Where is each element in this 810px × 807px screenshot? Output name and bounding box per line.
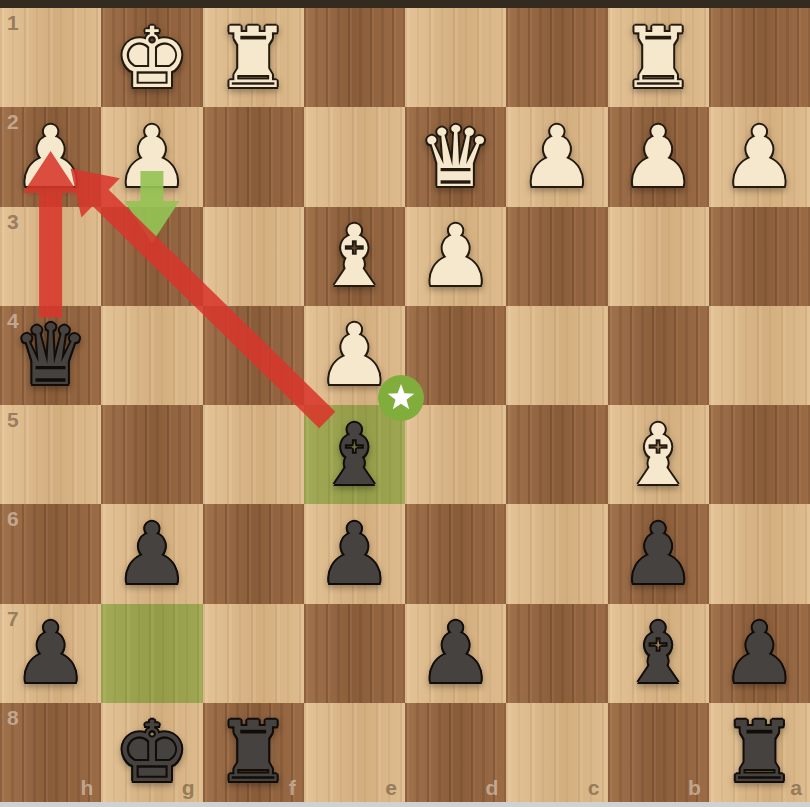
file-label-c: c (588, 776, 600, 800)
piece-white-pawn-d3[interactable]: ♟ (405, 207, 506, 306)
rank-label-2: 2 (7, 110, 19, 134)
piece-black-bishop-e5[interactable]: ♝ (304, 405, 405, 504)
square-b3[interactable] (608, 207, 709, 306)
piece-black-pawn-e6[interactable]: ♟ (304, 504, 405, 603)
square-d6[interactable] (405, 504, 506, 603)
square-c5[interactable] (506, 405, 607, 504)
square-g5[interactable] (101, 405, 202, 504)
piece-black-pawn-a7[interactable]: ♟ (709, 604, 810, 703)
square-g3[interactable] (101, 207, 202, 306)
square-b8[interactable]: b (608, 703, 709, 802)
rank-label-7: 7 (7, 607, 19, 631)
piece-white-pawn-a2[interactable]: ♟ (709, 107, 810, 206)
rank-label-4: 4 (7, 309, 19, 333)
rank-label-5: 5 (7, 408, 19, 432)
piece-black-pawn-d7[interactable]: ♟ (405, 604, 506, 703)
square-f7[interactable] (203, 604, 304, 703)
square-g2[interactable]: ♟ (101, 107, 202, 206)
piece-white-queen-d2[interactable]: ♛ (405, 107, 506, 206)
piece-white-rook-f1[interactable]: ♜ (203, 8, 304, 107)
file-label-a: a (790, 776, 802, 800)
square-g1[interactable]: ♚ (101, 8, 202, 107)
file-label-e: e (385, 776, 397, 800)
bottom-ui-strip (0, 802, 810, 807)
piece-white-bishop-e3[interactable]: ♝ (304, 207, 405, 306)
square-a7[interactable]: ♟ (709, 604, 810, 703)
file-label-h: h (80, 776, 93, 800)
file-label-b: b (688, 776, 701, 800)
square-b4[interactable] (608, 306, 709, 405)
piece-black-bishop-b7[interactable]: ♝ (608, 604, 709, 703)
square-b7[interactable]: ♝ (608, 604, 709, 703)
square-a5[interactable] (709, 405, 810, 504)
square-d3[interactable]: ♟ (405, 207, 506, 306)
file-label-g: g (182, 776, 195, 800)
piece-white-rook-b1[interactable]: ♜ (608, 8, 709, 107)
chess-app-screenshot: 1♚♜♜2♟♟♛♟♟♟3♝♟4♛♟5♝♝6♟♟♟7♟♟♝♟8hg♚f♜edcba… (0, 0, 810, 807)
square-h5[interactable]: 5 (0, 405, 101, 504)
piece-white-pawn-e4[interactable]: ♟ (304, 306, 405, 405)
rank-label-6: 6 (7, 507, 19, 531)
square-f6[interactable] (203, 504, 304, 603)
square-d7[interactable]: ♟ (405, 604, 506, 703)
square-b2[interactable]: ♟ (608, 107, 709, 206)
square-e4[interactable]: ♟ (304, 306, 405, 405)
piece-white-pawn-g2[interactable]: ♟ (101, 107, 202, 206)
square-d5[interactable] (405, 405, 506, 504)
square-f3[interactable] (203, 207, 304, 306)
square-h3[interactable]: 3 (0, 207, 101, 306)
square-d8[interactable]: d (405, 703, 506, 802)
square-h7[interactable]: 7♟ (0, 604, 101, 703)
square-f8[interactable]: f♜ (203, 703, 304, 802)
rank-label-1: 1 (7, 11, 19, 35)
square-e6[interactable]: ♟ (304, 504, 405, 603)
square-b5[interactable]: ♝ (608, 405, 709, 504)
square-f1[interactable]: ♜ (203, 8, 304, 107)
square-g7[interactable] (101, 604, 202, 703)
piece-black-pawn-g6[interactable]: ♟ (101, 504, 202, 603)
square-g4[interactable] (101, 306, 202, 405)
square-c7[interactable] (506, 604, 607, 703)
square-b1[interactable]: ♜ (608, 8, 709, 107)
chess-board[interactable]: 1♚♜♜2♟♟♛♟♟♟3♝♟4♛♟5♝♝6♟♟♟7♟♟♝♟8hg♚f♜edcba… (0, 8, 810, 802)
piece-white-king-g1[interactable]: ♚ (101, 8, 202, 107)
square-e5[interactable]: ♝ (304, 405, 405, 504)
piece-black-pawn-b6[interactable]: ♟ (608, 504, 709, 603)
square-c1[interactable] (506, 8, 607, 107)
square-h1[interactable]: 1 (0, 8, 101, 107)
top-ui-strip (0, 0, 810, 8)
rank-label-8: 8 (7, 706, 19, 730)
piece-white-pawn-c2[interactable]: ♟ (506, 107, 607, 206)
square-g8[interactable]: g♚ (101, 703, 202, 802)
square-e2[interactable] (304, 107, 405, 206)
square-e7[interactable] (304, 604, 405, 703)
square-e3[interactable]: ♝ (304, 207, 405, 306)
square-d2[interactable]: ♛ (405, 107, 506, 206)
square-h8[interactable]: 8h (0, 703, 101, 802)
square-g6[interactable]: ♟ (101, 504, 202, 603)
square-a4[interactable] (709, 306, 810, 405)
square-c8[interactable]: c (506, 703, 607, 802)
square-f5[interactable] (203, 405, 304, 504)
square-d1[interactable] (405, 8, 506, 107)
square-h6[interactable]: 6 (0, 504, 101, 603)
square-c3[interactable] (506, 207, 607, 306)
square-b6[interactable]: ♟ (608, 504, 709, 603)
square-h2[interactable]: 2♟ (0, 107, 101, 206)
square-a8[interactable]: a♜ (709, 703, 810, 802)
square-h4[interactable]: 4♛ (0, 306, 101, 405)
square-c4[interactable] (506, 306, 607, 405)
square-c6[interactable] (506, 504, 607, 603)
piece-white-pawn-b2[interactable]: ♟ (608, 107, 709, 206)
file-label-d: d (485, 776, 498, 800)
square-c2[interactable]: ♟ (506, 107, 607, 206)
square-a3[interactable] (709, 207, 810, 306)
square-e1[interactable] (304, 8, 405, 107)
square-f2[interactable] (203, 107, 304, 206)
file-label-f: f (289, 776, 296, 800)
square-a6[interactable] (709, 504, 810, 603)
square-d4[interactable] (405, 306, 506, 405)
square-e8[interactable]: e (304, 703, 405, 802)
square-f4[interactable] (203, 306, 304, 405)
square-a1[interactable] (709, 8, 810, 107)
square-a2[interactable]: ♟ (709, 107, 810, 206)
piece-white-bishop-b5[interactable]: ♝ (608, 405, 709, 504)
rank-label-3: 3 (7, 210, 19, 234)
